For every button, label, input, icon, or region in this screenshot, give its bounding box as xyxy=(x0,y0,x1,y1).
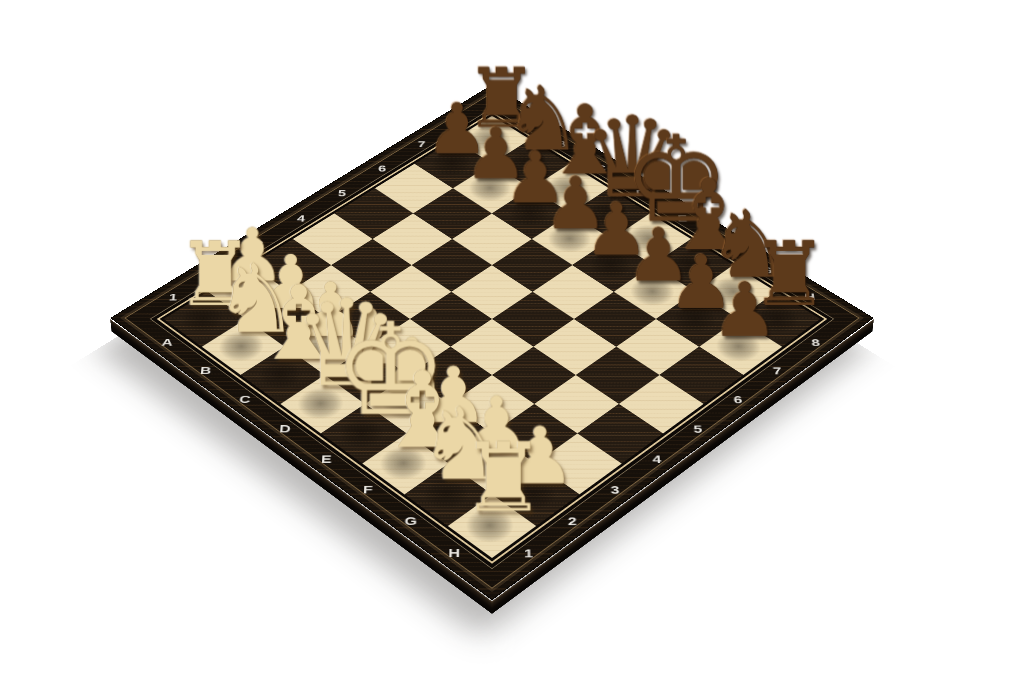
board-grid: ABCDEFGH8♜♞♝♛♚♝♞♜87♟♟♟♟♟♟♟♟7665544332♟♟♟… xyxy=(112,85,873,599)
scene: ABCDEFGH8♜♞♝♛♚♝♞♜87♟♟♟♟♟♟♟♟7665544332♟♟♟… xyxy=(222,48,762,588)
rank-label-right-3-text: 3 xyxy=(610,483,620,496)
chessboard: ABCDEFGH8♜♞♝♛♚♝♞♜87♟♟♟♟♟♟♟♟7665544332♟♟♟… xyxy=(110,85,874,601)
file-label-bottom-d-text: D xyxy=(280,422,293,434)
file-label-bottom-f-text: F xyxy=(363,483,374,496)
file-label-bottom-b-text: B xyxy=(200,364,213,376)
rank-label-right-7-text: 7 xyxy=(772,364,782,376)
file-label-bottom-c-text: C xyxy=(239,393,252,405)
rank-label-right-4-text: 4 xyxy=(652,452,662,465)
rank-label-right-5-text: 5 xyxy=(693,422,703,434)
file-label-bottom-e-text: E xyxy=(321,452,333,465)
rank-label-left-4-text: 4 xyxy=(297,213,306,224)
piece-white-rook-h1[interactable]: ♜ xyxy=(461,431,523,526)
piece-black-pawn-h7[interactable]: ♟ xyxy=(711,272,770,347)
file-label-bottom-g-text: G xyxy=(405,514,418,527)
file-label-bottom-a-text: A xyxy=(162,336,175,348)
rank-label-right-8-text: 8 xyxy=(811,336,821,348)
rank-label-left-5-text: 5 xyxy=(338,187,347,197)
file-label-bottom-d: D xyxy=(251,404,321,453)
file-label-bottom-h-text: H xyxy=(449,546,461,559)
rank-label-left-7-text: 7 xyxy=(418,139,427,149)
rank-label-right-2-text: 2 xyxy=(568,514,578,527)
rank-label-right-1-text: 1 xyxy=(524,546,534,559)
rank-label-left-6-text: 6 xyxy=(378,163,387,173)
rank-label-right-6-text: 6 xyxy=(733,393,743,405)
